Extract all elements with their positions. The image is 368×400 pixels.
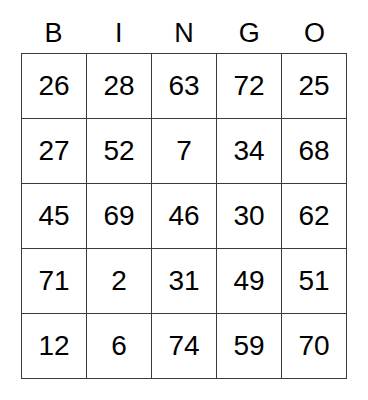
bingo-cell-r4c1[interactable]: 71 xyxy=(22,249,86,313)
bingo-card: B I N G O 26 28 63 72 25 27 52 7 34 68 4… xyxy=(21,0,347,379)
bingo-cell-r4c5[interactable]: 51 xyxy=(282,249,346,313)
bingo-cell-r5c1[interactable]: 12 xyxy=(22,314,86,378)
bingo-cell-r3c4[interactable]: 30 xyxy=(217,184,281,248)
bingo-cell-r4c2[interactable]: 2 xyxy=(87,249,151,313)
bingo-cell-r2c5[interactable]: 68 xyxy=(282,119,346,183)
bingo-cell-r5c3[interactable]: 74 xyxy=(152,314,216,378)
bingo-card-page: B I N G O 26 28 63 72 25 27 52 7 34 68 4… xyxy=(0,0,368,400)
bingo-cell-r5c4[interactable]: 59 xyxy=(217,314,281,378)
bingo-cell-r3c2[interactable]: 69 xyxy=(87,184,151,248)
header-letter-b: B xyxy=(45,20,63,47)
header-letter-i: I xyxy=(115,20,123,47)
bingo-cell-r2c2[interactable]: 52 xyxy=(87,119,151,183)
bingo-cell-r4c3[interactable]: 31 xyxy=(152,249,216,313)
header-letter-g: G xyxy=(239,20,260,47)
bingo-cell-r2c4[interactable]: 34 xyxy=(217,119,281,183)
header-letter-n: N xyxy=(174,20,194,47)
bingo-grid: 26 28 63 72 25 27 52 7 34 68 45 69 46 30… xyxy=(21,53,347,379)
bingo-cell-r2c1[interactable]: 27 xyxy=(22,119,86,183)
bingo-cell-r1c3[interactable]: 63 xyxy=(152,54,216,118)
bingo-cell-r4c4[interactable]: 49 xyxy=(217,249,281,313)
bingo-cell-r1c1[interactable]: 26 xyxy=(22,54,86,118)
header-letter-o: O xyxy=(304,20,325,47)
bingo-cell-r1c4[interactable]: 72 xyxy=(217,54,281,118)
bingo-cell-r1c2[interactable]: 28 xyxy=(87,54,151,118)
bingo-cell-r3c3[interactable]: 46 xyxy=(152,184,216,248)
bingo-cell-r2c3[interactable]: 7 xyxy=(152,119,216,183)
bingo-cell-r3c1[interactable]: 45 xyxy=(22,184,86,248)
bingo-cell-r3c5[interactable]: 62 xyxy=(282,184,346,248)
bingo-header: B I N G O xyxy=(21,0,347,53)
bingo-cell-r5c5[interactable]: 70 xyxy=(282,314,346,378)
bingo-cell-r5c2[interactable]: 6 xyxy=(87,314,151,378)
bingo-cell-r1c5[interactable]: 25 xyxy=(282,54,346,118)
